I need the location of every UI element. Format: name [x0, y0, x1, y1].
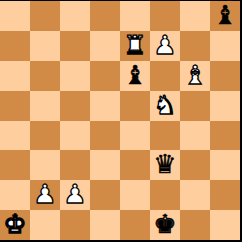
square-b5[interactable]: [30, 91, 60, 121]
square-e7[interactable]: ♜: [120, 31, 150, 61]
square-h5[interactable]: [210, 91, 240, 121]
square-g2[interactable]: [180, 180, 210, 210]
white-pawn-piece: ♟: [33, 181, 56, 207]
square-g3[interactable]: [180, 150, 210, 180]
square-f8[interactable]: [150, 1, 180, 31]
white-pawn-piece: ♟: [153, 32, 176, 58]
square-f1[interactable]: ♚: [150, 210, 180, 240]
white-rook-piece: ♜: [123, 32, 146, 58]
square-c1[interactable]: [60, 210, 90, 240]
chess-board: ♝♜♟♝♝♞♛♟♟♚♚: [0, 1, 240, 240]
white-king-piece: ♚: [3, 211, 26, 237]
square-d1[interactable]: [90, 210, 120, 240]
black-bishop-piece: ♝: [213, 2, 236, 28]
square-h1[interactable]: [210, 210, 240, 240]
square-a6[interactable]: [0, 61, 30, 91]
square-a5[interactable]: [0, 91, 30, 121]
square-f4[interactable]: [150, 121, 180, 151]
square-e5[interactable]: [120, 91, 150, 121]
square-h8[interactable]: ♝: [210, 1, 240, 31]
square-g8[interactable]: [180, 1, 210, 31]
square-d6[interactable]: [90, 61, 120, 91]
square-f5[interactable]: ♞: [150, 91, 180, 121]
square-a8[interactable]: [0, 1, 30, 31]
square-g5[interactable]: [180, 91, 210, 121]
square-c5[interactable]: [60, 91, 90, 121]
white-pawn-piece: ♟: [63, 181, 86, 207]
square-g7[interactable]: [180, 31, 210, 61]
square-e1[interactable]: [120, 210, 150, 240]
square-d4[interactable]: [90, 121, 120, 151]
square-b7[interactable]: [30, 31, 60, 61]
square-e8[interactable]: [120, 1, 150, 31]
square-a4[interactable]: [0, 121, 30, 151]
square-c3[interactable]: [60, 150, 90, 180]
square-c8[interactable]: [60, 1, 90, 31]
square-f3[interactable]: ♛: [150, 150, 180, 180]
square-b6[interactable]: [30, 61, 60, 91]
square-d5[interactable]: [90, 91, 120, 121]
square-b4[interactable]: [30, 121, 60, 151]
square-h7[interactable]: [210, 31, 240, 61]
square-b3[interactable]: [30, 150, 60, 180]
white-knight-piece: ♞: [153, 92, 176, 118]
square-c4[interactable]: [60, 121, 90, 151]
square-e6[interactable]: ♝: [120, 61, 150, 91]
square-d3[interactable]: [90, 150, 120, 180]
square-b2[interactable]: ♟: [30, 180, 60, 210]
square-g4[interactable]: [180, 121, 210, 151]
square-a7[interactable]: [0, 31, 30, 61]
square-f6[interactable]: [150, 61, 180, 91]
square-a2[interactable]: [0, 180, 30, 210]
black-king-piece: ♚: [153, 211, 176, 237]
square-d2[interactable]: [90, 180, 120, 210]
chess-board-frame: ♝♜♟♝♝♞♛♟♟♚♚: [0, 0, 242, 242]
square-c7[interactable]: [60, 31, 90, 61]
square-f2[interactable]: [150, 180, 180, 210]
square-h4[interactable]: [210, 121, 240, 151]
square-a1[interactable]: ♚: [0, 210, 30, 240]
square-b8[interactable]: [30, 1, 60, 31]
square-e2[interactable]: [120, 180, 150, 210]
square-d8[interactable]: [90, 1, 120, 31]
square-h2[interactable]: [210, 180, 240, 210]
square-g1[interactable]: [180, 210, 210, 240]
square-h3[interactable]: [210, 150, 240, 180]
square-e4[interactable]: [120, 121, 150, 151]
square-d7[interactable]: [90, 31, 120, 61]
square-f7[interactable]: ♟: [150, 31, 180, 61]
square-g6[interactable]: ♝: [180, 61, 210, 91]
square-e3[interactable]: [120, 150, 150, 180]
square-b1[interactable]: [30, 210, 60, 240]
square-c2[interactable]: ♟: [60, 180, 90, 210]
square-h6[interactable]: [210, 61, 240, 91]
white-bishop-piece: ♝: [183, 62, 206, 88]
square-a3[interactable]: [0, 150, 30, 180]
black-queen-piece: ♛: [153, 151, 176, 177]
square-c6[interactable]: [60, 61, 90, 91]
black-bishop-piece: ♝: [123, 62, 146, 88]
